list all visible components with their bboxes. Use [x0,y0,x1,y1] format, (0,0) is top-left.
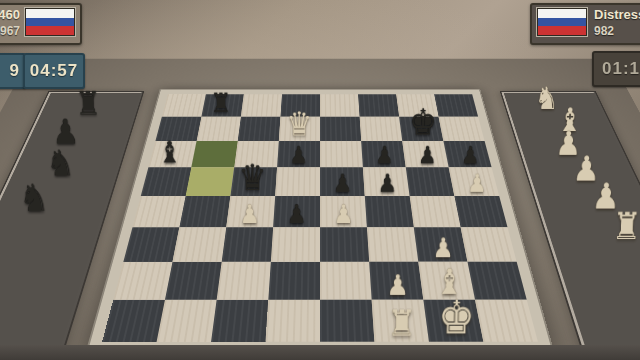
square-h5[interactable]: ♟ [449,167,500,196]
white-pawn-g3[interactable]: ♟ [418,234,468,261]
square-b2[interactable] [165,262,222,300]
left-player-panel: 460 967 [0,3,82,45]
square-f3[interactable] [367,227,418,261]
captured-white-rook: ♜ [612,208,640,245]
white-pawn-c4[interactable]: ♟ [226,201,273,227]
black-pawn-f5[interactable]: ♟ [365,171,410,196]
square-f1[interactable]: ♜ [372,300,429,342]
square-e6[interactable] [320,141,363,167]
square-d2[interactable] [268,262,320,300]
square-d3[interactable] [271,227,320,261]
black-pawn-d6[interactable]: ♟ [277,143,320,167]
black-pawn-h6[interactable]: ♟ [449,143,492,167]
russia-flag-icon [537,8,587,36]
square-c2[interactable] [217,262,271,300]
square-e5[interactable]: ♟ [320,167,365,196]
black-rook-b8[interactable]: ♜ [201,89,241,116]
left-main-clock: 04:57 [23,53,85,89]
square-g7[interactable]: ♚ [399,117,443,141]
square-f6[interactable]: ♟ [361,141,406,167]
square-h4[interactable] [454,196,507,227]
square-g1[interactable]: ♚ [423,300,483,342]
square-d7[interactable]: ♛ [279,117,320,141]
square-g5[interactable] [406,167,455,196]
right-clock: 01:1 [592,51,640,87]
right-player-rating: 982 [594,23,640,39]
black-king-g7[interactable]: ♚ [402,105,444,141]
square-b5[interactable] [186,167,235,196]
square-h3[interactable] [461,227,517,261]
square-f2[interactable]: ♟ [369,262,423,300]
square-d1[interactable] [266,300,320,342]
left-player-rating: 967 [0,23,20,39]
square-g4[interactable] [410,196,461,227]
square-b7[interactable] [197,117,241,141]
square-e3[interactable] [320,227,369,261]
right-player-name: Distress [594,7,640,23]
right-player-panel: Distress 982 [530,3,640,45]
square-c3[interactable] [222,227,273,261]
square-c1[interactable] [211,300,268,342]
captured-black-knight: ♞ [18,179,49,217]
square-f5[interactable]: ♟ [363,167,410,196]
square-e2[interactable] [320,262,372,300]
white-king-g1[interactable]: ♚ [429,295,485,341]
white-pawn-e4[interactable]: ♟ [320,201,367,227]
square-a4[interactable] [132,196,185,227]
captured-black-knight: ♞ [46,145,75,181]
square-e8[interactable] [320,94,360,116]
square-a2[interactable] [113,262,172,300]
black-pawn-d4[interactable]: ♟ [273,201,320,227]
square-a1[interactable] [102,300,165,342]
square-e4[interactable]: ♟ [320,196,367,227]
square-b1[interactable] [157,300,217,342]
square-c5[interactable]: ♛ [230,167,277,196]
square-f7[interactable] [360,117,403,141]
square-e7[interactable] [320,117,361,141]
square-h7[interactable] [439,117,485,141]
black-pawn-f6[interactable]: ♟ [363,143,406,167]
white-queen-d7[interactable]: ♛ [279,107,320,140]
square-d5[interactable] [275,167,320,196]
square-e1[interactable] [320,300,374,342]
black-queen-c5[interactable]: ♛ [230,160,275,196]
square-d6[interactable]: ♟ [277,141,320,167]
captured-black-rook: ♜ [75,87,102,120]
black-bishop-a6[interactable]: ♝ [148,137,192,167]
square-h6[interactable]: ♟ [443,141,491,167]
black-pawn-g6[interactable]: ♟ [406,143,449,167]
chess-board[interactable]: ♜♛♚♝♟♟♟♟♛♟♟♟♟♟♟♟♟♝♜♚ [102,94,538,342]
square-h2[interactable] [467,262,526,300]
square-b4[interactable] [179,196,230,227]
square-c8[interactable] [241,94,282,116]
square-b3[interactable] [173,227,227,261]
square-c7[interactable] [238,117,281,141]
square-f4[interactable] [365,196,414,227]
square-a6[interactable]: ♝ [148,141,196,167]
square-a5[interactable] [141,167,192,196]
white-rook-f1[interactable]: ♜ [374,305,429,341]
square-c4[interactable]: ♟ [226,196,275,227]
square-b8[interactable]: ♜ [201,94,244,116]
square-g6[interactable]: ♟ [402,141,448,167]
left-player-name: 460 [0,7,20,23]
black-pawn-e5[interactable]: ♟ [320,171,365,196]
russia-flag-icon [25,8,75,36]
square-a3[interactable] [123,227,179,261]
white-pawn-f2[interactable]: ♟ [372,271,424,299]
board-frame: ♜♛♚♝♟♟♟♟♛♟♟♟♟♟♟♟♟♝♜♚ [85,89,554,353]
square-h1[interactable] [475,300,538,342]
white-pawn-h5[interactable]: ♟ [454,171,499,196]
captured-white-knight: ♞ [534,83,559,114]
square-f8[interactable] [358,94,399,116]
square-a8[interactable] [162,94,206,116]
square-g3[interactable]: ♟ [414,227,468,261]
square-d4[interactable]: ♟ [273,196,320,227]
table-front-edge [0,345,640,360]
